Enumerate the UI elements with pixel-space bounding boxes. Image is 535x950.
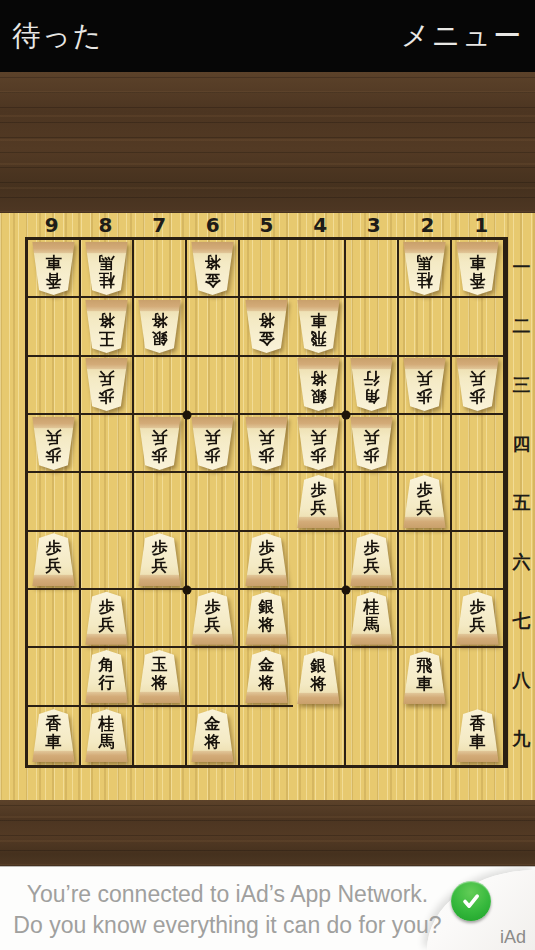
square-2七[interactable] bbox=[399, 590, 452, 648]
gote-piece-角行-3三[interactable]: 角行 bbox=[349, 358, 394, 411]
square-3五[interactable] bbox=[346, 473, 399, 531]
title-bar: 待った メニュー bbox=[0, 0, 535, 72]
piece-wrap: 桂馬 bbox=[402, 242, 447, 295]
file-label-4: 4 bbox=[293, 213, 347, 237]
file-label-1: 1 bbox=[454, 213, 508, 237]
square-4九[interactable] bbox=[293, 707, 346, 765]
sente-piece-金将-5八[interactable]: 金将 bbox=[244, 650, 289, 703]
square-9七[interactable] bbox=[28, 590, 81, 648]
square-2五[interactable]: 歩兵 bbox=[399, 473, 452, 531]
gote-piece-銀将-7二[interactable]: 銀将 bbox=[137, 300, 182, 353]
piece-wrap: 歩兵 bbox=[349, 533, 394, 586]
gote-piece-金将-5二[interactable]: 金将 bbox=[244, 300, 289, 353]
rank-label-五: 五 bbox=[508, 473, 535, 532]
square-2六[interactable] bbox=[399, 532, 452, 590]
square-5五[interactable] bbox=[240, 473, 293, 531]
file-coordinate-labels: 987654321 bbox=[25, 213, 508, 237]
piece-wrap: 香車 bbox=[31, 709, 76, 762]
gote-piece-歩兵-8三[interactable]: 歩兵 bbox=[84, 358, 129, 411]
sente-piece-銀将-4八[interactable]: 銀将 bbox=[296, 651, 341, 704]
square-5八[interactable]: 金将 bbox=[240, 648, 293, 706]
square-4一[interactable] bbox=[293, 240, 346, 298]
square-9五[interactable] bbox=[28, 473, 81, 531]
square-6四[interactable]: 歩兵 bbox=[187, 415, 240, 473]
square-3四[interactable]: 歩兵 bbox=[346, 415, 399, 473]
square-1五[interactable] bbox=[452, 473, 505, 531]
gote-piece-銀将-4三[interactable]: 銀将 bbox=[296, 358, 341, 411]
piece-wrap: 王将 bbox=[84, 300, 129, 353]
banner-line2: Do you know everything it can do for you… bbox=[0, 910, 455, 941]
hoshi-star-point bbox=[182, 410, 191, 419]
gote-piece-飛車-4二[interactable]: 飛車 bbox=[296, 300, 341, 353]
sente-piece-歩兵-7六[interactable]: 歩兵 bbox=[137, 533, 182, 586]
piece-wrap: 歩兵 bbox=[244, 417, 289, 470]
square-6五[interactable] bbox=[187, 473, 240, 531]
square-4五[interactable]: 歩兵 bbox=[293, 473, 346, 531]
piece-wrap: 歩兵 bbox=[296, 475, 341, 528]
square-4七[interactable] bbox=[293, 590, 346, 648]
piece-wrap: 銀将 bbox=[296, 358, 341, 411]
square-2四[interactable] bbox=[399, 415, 452, 473]
gote-piece-歩兵-5四[interactable]: 歩兵 bbox=[244, 417, 289, 470]
square-3七[interactable]: 桂馬 bbox=[346, 590, 399, 648]
sente-piece-玉将-7八[interactable]: 玉将 bbox=[137, 650, 182, 703]
file-label-7: 7 bbox=[132, 213, 186, 237]
sente-piece-歩兵-1七[interactable]: 歩兵 bbox=[455, 592, 500, 645]
shogi-board: 987654321 一二三四五六七八九 香車桂馬金将桂馬香車王将銀将金将飛車歩兵… bbox=[0, 213, 535, 800]
file-label-9: 9 bbox=[25, 213, 79, 237]
square-4八[interactable]: 銀将 bbox=[293, 648, 346, 706]
piece-wrap: 飛車 bbox=[296, 300, 341, 353]
square-9六[interactable]: 歩兵 bbox=[28, 532, 81, 590]
square-5三[interactable] bbox=[240, 357, 293, 415]
sente-piece-香車-9九[interactable]: 香車 bbox=[31, 709, 76, 762]
hoshi-star-point bbox=[342, 410, 351, 419]
undo-move-button[interactable]: 待った bbox=[12, 17, 103, 55]
piece-wrap: 歩兵 bbox=[84, 358, 129, 411]
square-6三[interactable] bbox=[187, 357, 240, 415]
square-6八[interactable] bbox=[187, 648, 240, 706]
square-4四[interactable]: 歩兵 bbox=[293, 415, 346, 473]
iad-logo: iAd bbox=[500, 927, 526, 948]
square-3九[interactable] bbox=[346, 707, 399, 765]
gote-piece-歩兵-4四[interactable]: 歩兵 bbox=[296, 417, 341, 470]
piece-wrap: 玉将 bbox=[137, 650, 182, 703]
piece-wrap: 銀将 bbox=[137, 300, 182, 353]
sente-piece-歩兵-4五[interactable]: 歩兵 bbox=[296, 475, 341, 528]
square-8三[interactable]: 歩兵 bbox=[81, 357, 134, 415]
rank-label-九: 九 bbox=[508, 709, 535, 768]
square-9二[interactable] bbox=[28, 298, 81, 356]
square-7三[interactable] bbox=[134, 357, 187, 415]
square-9九[interactable]: 香車 bbox=[28, 707, 81, 765]
gote-piece-歩兵-3四[interactable]: 歩兵 bbox=[349, 417, 394, 470]
piece-wrap: 香車 bbox=[455, 709, 500, 762]
file-label-6: 6 bbox=[186, 213, 240, 237]
gote-piece-歩兵-2三[interactable]: 歩兵 bbox=[402, 358, 447, 411]
sente-piece-歩兵-8七[interactable]: 歩兵 bbox=[84, 592, 129, 645]
square-2三[interactable]: 歩兵 bbox=[399, 357, 452, 415]
sente-piece-歩兵-5六[interactable]: 歩兵 bbox=[244, 533, 289, 586]
square-3六[interactable]: 歩兵 bbox=[346, 532, 399, 590]
square-4二[interactable]: 飛車 bbox=[293, 298, 346, 356]
square-3一[interactable] bbox=[346, 240, 399, 298]
square-3八[interactable] bbox=[346, 648, 399, 706]
banner-line1: You’re connected to iAd’s App Network. bbox=[0, 879, 455, 910]
gote-piece-香車-1一[interactable]: 香車 bbox=[455, 242, 500, 295]
hoshi-star-point bbox=[182, 586, 191, 595]
square-6七[interactable]: 歩兵 bbox=[187, 590, 240, 648]
sente-piece-桂馬-3七[interactable]: 桂馬 bbox=[349, 592, 394, 645]
square-1七[interactable]: 歩兵 bbox=[452, 590, 505, 648]
iad-banner[interactable]: You’re connected to iAd’s App Network. D… bbox=[0, 866, 535, 950]
piece-wrap: 歩兵 bbox=[402, 475, 447, 528]
piece-wrap: 歩兵 bbox=[244, 533, 289, 586]
file-label-5: 5 bbox=[240, 213, 294, 237]
menu-button[interactable]: メニュー bbox=[401, 17, 523, 55]
square-5九[interactable] bbox=[240, 707, 293, 765]
piece-wrap: 飛車 bbox=[402, 651, 447, 704]
square-8五[interactable] bbox=[81, 473, 134, 531]
piece-wrap: 金将 bbox=[190, 709, 235, 762]
file-label-2: 2 bbox=[401, 213, 455, 237]
square-1六[interactable] bbox=[452, 532, 505, 590]
square-1三[interactable]: 歩兵 bbox=[452, 357, 505, 415]
square-8四[interactable] bbox=[81, 415, 134, 473]
piece-wrap: 銀将 bbox=[244, 592, 289, 645]
square-6二[interactable] bbox=[187, 298, 240, 356]
square-1一[interactable]: 香車 bbox=[452, 240, 505, 298]
square-1四[interactable] bbox=[452, 415, 505, 473]
piece-wrap: 角行 bbox=[84, 650, 129, 703]
board-grid: 香車桂馬金将桂馬香車王将銀将金将飛車歩兵銀将角行歩兵歩兵歩兵歩兵歩兵歩兵歩兵歩兵… bbox=[25, 237, 508, 768]
rank-label-三: 三 bbox=[508, 355, 535, 414]
piece-wrap: 金将 bbox=[244, 650, 289, 703]
sente-piece-金将-6九[interactable]: 金将 bbox=[190, 709, 235, 762]
wood-frame-top bbox=[0, 72, 535, 213]
square-4三[interactable]: 銀将 bbox=[293, 357, 346, 415]
rank-label-四: 四 bbox=[508, 414, 535, 473]
piece-wrap: 桂馬 bbox=[84, 709, 129, 762]
square-6六[interactable] bbox=[187, 532, 240, 590]
sente-piece-角行-8八[interactable]: 角行 bbox=[84, 650, 129, 703]
sente-piece-飛車-2八[interactable]: 飛車 bbox=[402, 651, 447, 704]
rank-coordinate-labels: 一二三四五六七八九 bbox=[508, 237, 535, 768]
square-7六[interactable]: 歩兵 bbox=[134, 532, 187, 590]
rank-label-八: 八 bbox=[508, 650, 535, 709]
sente-piece-桂馬-8九[interactable]: 桂馬 bbox=[84, 709, 129, 762]
piece-wrap: 角行 bbox=[349, 358, 394, 411]
square-1二[interactable] bbox=[452, 298, 505, 356]
square-1八[interactable] bbox=[452, 648, 505, 706]
rank-label-一: 一 bbox=[508, 237, 535, 296]
square-3二[interactable] bbox=[346, 298, 399, 356]
piece-wrap: 歩兵 bbox=[190, 417, 235, 470]
sente-piece-歩兵-3六[interactable]: 歩兵 bbox=[349, 533, 394, 586]
gote-piece-歩兵-9四[interactable]: 歩兵 bbox=[31, 417, 76, 470]
gote-piece-香車-9一[interactable]: 香車 bbox=[31, 242, 76, 295]
rank-label-七: 七 bbox=[508, 591, 535, 650]
square-2八[interactable]: 飛車 bbox=[399, 648, 452, 706]
gote-piece-歩兵-7四[interactable]: 歩兵 bbox=[137, 417, 182, 470]
square-7八[interactable]: 玉将 bbox=[134, 648, 187, 706]
square-4六[interactable] bbox=[293, 532, 346, 590]
piece-wrap: 桂馬 bbox=[84, 242, 129, 295]
square-8七[interactable]: 歩兵 bbox=[81, 590, 134, 648]
piece-wrap: 歩兵 bbox=[349, 417, 394, 470]
square-8二[interactable]: 王将 bbox=[81, 298, 134, 356]
file-label-8: 8 bbox=[79, 213, 133, 237]
square-8九[interactable]: 桂馬 bbox=[81, 707, 134, 765]
square-9一[interactable]: 香車 bbox=[28, 240, 81, 298]
square-7五[interactable] bbox=[134, 473, 187, 531]
gote-piece-歩兵-6四[interactable]: 歩兵 bbox=[190, 417, 235, 470]
piece-wrap: 歩兵 bbox=[402, 358, 447, 411]
square-5四[interactable]: 歩兵 bbox=[240, 415, 293, 473]
piece-wrap: 歩兵 bbox=[455, 358, 500, 411]
piece-wrap: 歩兵 bbox=[190, 592, 235, 645]
piece-wrap: 歩兵 bbox=[296, 417, 341, 470]
banner-text: You’re connected to iAd’s App Network. D… bbox=[0, 879, 455, 941]
piece-wrap: 歩兵 bbox=[137, 417, 182, 470]
square-7七[interactable] bbox=[134, 590, 187, 648]
square-7四[interactable]: 歩兵 bbox=[134, 415, 187, 473]
square-7二[interactable]: 銀将 bbox=[134, 298, 187, 356]
square-6九[interactable]: 金将 bbox=[187, 707, 240, 765]
square-9八[interactable] bbox=[28, 648, 81, 706]
rank-label-二: 二 bbox=[508, 296, 535, 355]
piece-wrap: 歩兵 bbox=[455, 592, 500, 645]
gote-piece-歩兵-1三[interactable]: 歩兵 bbox=[455, 358, 500, 411]
hoshi-star-point bbox=[342, 586, 351, 595]
square-9三[interactable] bbox=[28, 357, 81, 415]
piece-wrap: 歩兵 bbox=[84, 592, 129, 645]
square-5七[interactable]: 銀将 bbox=[240, 590, 293, 648]
piece-wrap: 金将 bbox=[190, 242, 235, 295]
sente-piece-香車-1九[interactable]: 香車 bbox=[455, 709, 500, 762]
square-7一[interactable] bbox=[134, 240, 187, 298]
file-label-3: 3 bbox=[347, 213, 401, 237]
piece-wrap: 銀将 bbox=[296, 651, 341, 704]
square-2二[interactable] bbox=[399, 298, 452, 356]
gote-piece-桂馬-8一[interactable]: 桂馬 bbox=[84, 242, 129, 295]
sente-piece-歩兵-9六[interactable]: 歩兵 bbox=[31, 533, 76, 586]
gote-piece-桂馬-2一[interactable]: 桂馬 bbox=[402, 242, 447, 295]
wood-frame-bottom bbox=[0, 800, 535, 866]
square-1九[interactable]: 香車 bbox=[452, 707, 505, 765]
square-8一[interactable]: 桂馬 bbox=[81, 240, 134, 298]
piece-wrap: 金将 bbox=[244, 300, 289, 353]
square-9四[interactable]: 歩兵 bbox=[28, 415, 81, 473]
square-6一[interactable]: 金将 bbox=[187, 240, 240, 298]
sente-piece-歩兵-6七[interactable]: 歩兵 bbox=[190, 592, 235, 645]
square-2九[interactable] bbox=[399, 707, 452, 765]
piece-wrap: 歩兵 bbox=[31, 417, 76, 470]
square-8八[interactable]: 角行 bbox=[81, 648, 134, 706]
piece-wrap: 香車 bbox=[31, 242, 76, 295]
square-7九[interactable] bbox=[134, 707, 187, 765]
sente-piece-銀将-5七[interactable]: 銀将 bbox=[244, 592, 289, 645]
gote-piece-金将-6一[interactable]: 金将 bbox=[190, 242, 235, 295]
square-8六[interactable] bbox=[81, 532, 134, 590]
piece-wrap: 桂馬 bbox=[349, 592, 394, 645]
piece-wrap: 香車 bbox=[455, 242, 500, 295]
square-5六[interactable]: 歩兵 bbox=[240, 532, 293, 590]
piece-wrap: 歩兵 bbox=[137, 533, 182, 586]
square-3三[interactable]: 角行 bbox=[346, 357, 399, 415]
piece-wrap: 歩兵 bbox=[31, 533, 76, 586]
square-2一[interactable]: 桂馬 bbox=[399, 240, 452, 298]
sente-piece-歩兵-2五[interactable]: 歩兵 bbox=[402, 475, 447, 528]
square-5一[interactable] bbox=[240, 240, 293, 298]
checkmark-icon[interactable] bbox=[451, 881, 491, 921]
square-5二[interactable]: 金将 bbox=[240, 298, 293, 356]
gote-piece-王将-8二[interactable]: 王将 bbox=[84, 300, 129, 353]
rank-label-六: 六 bbox=[508, 532, 535, 591]
